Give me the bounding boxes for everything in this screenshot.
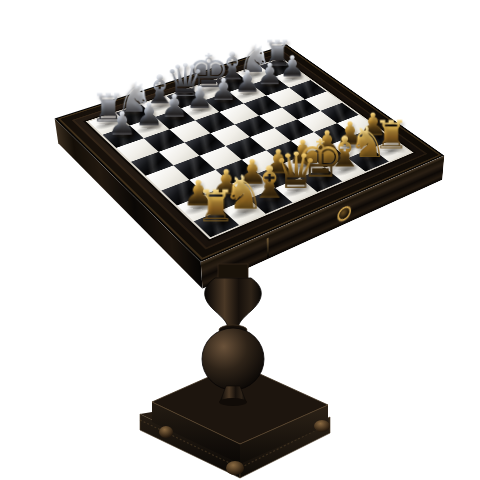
chess-table-photo: ♜♞♝♛♚♝♞♜♟♟♟♟♟♟♟♟♟♟♟♟♟♟♟♟♜♞♝♛♚♝♞♜ bbox=[0, 0, 480, 480]
baluster-vase bbox=[205, 278, 262, 328]
silver-pawn-glyph: ♟ bbox=[108, 107, 137, 140]
bun-foot-right bbox=[314, 420, 330, 432]
bun-foot-left bbox=[159, 426, 173, 438]
drawer-seam bbox=[267, 238, 269, 258]
bun-foot-front bbox=[226, 461, 244, 475]
pedestal-base bbox=[130, 262, 350, 480]
gold-rook-glyph: ♜ bbox=[196, 184, 235, 228]
chess-table-top: ♜♞♝♛♚♝♞♜♟♟♟♟♟♟♟♟♟♟♟♟♟♟♟♟♜♞♝♛♚♝♞♜ bbox=[55, 44, 445, 262]
pedestal-ball bbox=[202, 328, 264, 390]
drawer-keyhole-ring bbox=[337, 204, 351, 224]
